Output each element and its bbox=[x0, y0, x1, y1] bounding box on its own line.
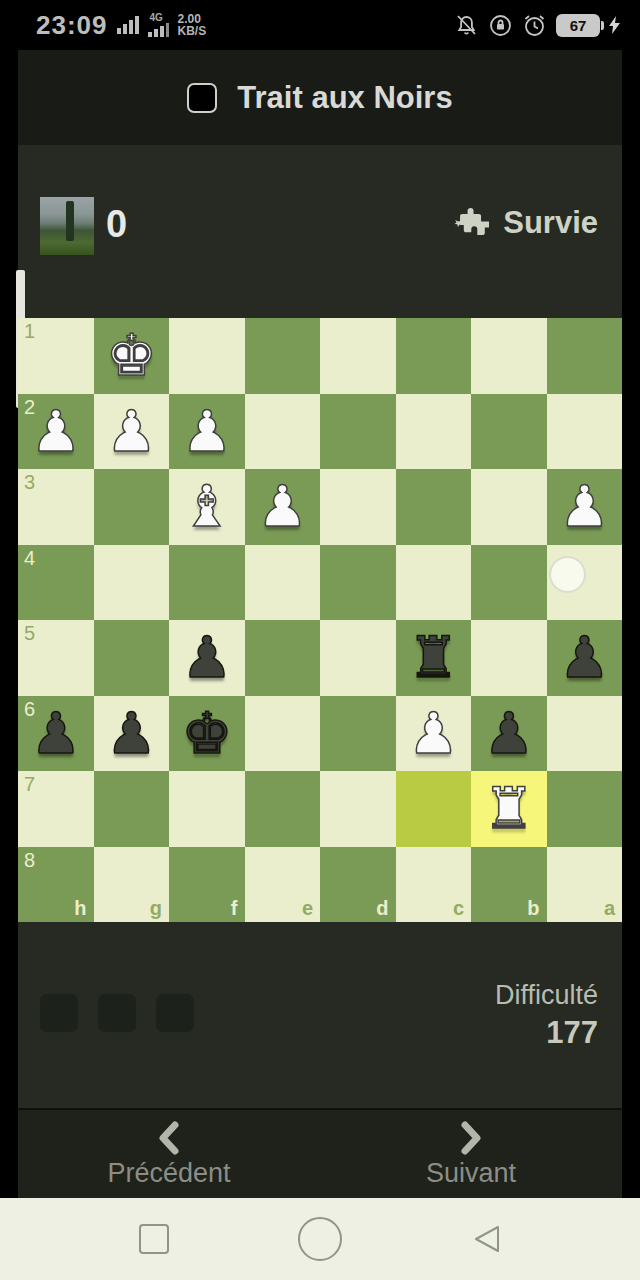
square-b3[interactable] bbox=[471, 469, 547, 545]
difficulty-label: Difficulté bbox=[495, 980, 598, 1011]
square-c2[interactable] bbox=[396, 394, 472, 470]
square-b1[interactable] bbox=[471, 318, 547, 394]
black-turn-indicator-icon bbox=[187, 83, 217, 113]
next-label: Suivant bbox=[426, 1158, 516, 1189]
mode-badge: Survie bbox=[453, 205, 598, 241]
square-g4[interactable] bbox=[94, 545, 170, 621]
square-c6[interactable]: ♟ bbox=[396, 696, 472, 772]
square-f2[interactable]: ♟ bbox=[169, 394, 245, 470]
file-label-h: h bbox=[74, 897, 86, 920]
square-d8[interactable]: d bbox=[320, 847, 396, 923]
touch-indicator bbox=[549, 556, 586, 593]
piece-black-king[interactable]: ♚ bbox=[169, 696, 245, 770]
player-row: 0 Survie bbox=[18, 145, 622, 318]
piece-black-pawn[interactable]: ♟ bbox=[169, 620, 245, 694]
piece-black-pawn[interactable]: ♟ bbox=[547, 620, 623, 694]
square-d1[interactable] bbox=[320, 318, 396, 394]
clock: 23:09 bbox=[36, 10, 108, 41]
square-b8[interactable]: b bbox=[471, 847, 547, 923]
charging-bolt-icon bbox=[609, 16, 620, 34]
previous-button[interactable]: Précédent bbox=[18, 1110, 320, 1198]
rank-label-6: 6 bbox=[24, 698, 35, 721]
piece-white-rook[interactable]: ♜ bbox=[471, 771, 547, 845]
square-c8[interactable]: c bbox=[396, 847, 472, 923]
app-header: Trait aux Noirs bbox=[18, 50, 622, 145]
square-c3[interactable] bbox=[396, 469, 472, 545]
signal-bars-icon bbox=[116, 15, 140, 35]
file-label-a: a bbox=[604, 897, 615, 920]
file-label-c: c bbox=[453, 897, 464, 920]
phone-screen: 23:09 4G 2.00 KB/ bbox=[0, 0, 640, 1280]
square-a6[interactable] bbox=[547, 696, 623, 772]
square-g2[interactable]: ♟ bbox=[94, 394, 170, 470]
square-e7[interactable] bbox=[245, 771, 321, 847]
square-f1[interactable] bbox=[169, 318, 245, 394]
streak-score: 0 bbox=[106, 203, 127, 246]
square-h1[interactable]: 1 bbox=[18, 318, 94, 394]
streak-slot-row bbox=[40, 994, 194, 1032]
square-g8[interactable]: g bbox=[94, 847, 170, 923]
square-b6[interactable]: ♟ bbox=[471, 696, 547, 772]
square-a2[interactable] bbox=[547, 394, 623, 470]
square-f4[interactable] bbox=[169, 545, 245, 621]
file-label-d: d bbox=[376, 897, 388, 920]
square-c7[interactable] bbox=[396, 771, 472, 847]
square-f6[interactable]: ♚ bbox=[169, 696, 245, 772]
square-g5[interactable] bbox=[94, 620, 170, 696]
square-h7[interactable]: 7 bbox=[18, 771, 94, 847]
rank-label-8: 8 bbox=[24, 849, 35, 872]
square-c1[interactable] bbox=[396, 318, 472, 394]
square-h3[interactable]: 3 bbox=[18, 469, 94, 545]
square-e6[interactable] bbox=[245, 696, 321, 772]
square-d5[interactable] bbox=[320, 620, 396, 696]
alarm-icon bbox=[522, 13, 547, 38]
chevron-left-icon bbox=[152, 1120, 186, 1156]
streak-slot bbox=[156, 994, 194, 1032]
square-d7[interactable] bbox=[320, 771, 396, 847]
piece-white-king[interactable]: ♚ bbox=[94, 318, 170, 392]
square-e2[interactable] bbox=[245, 394, 321, 470]
puzzle-info-panel: Difficulté 177 bbox=[18, 922, 622, 1108]
chevron-right-icon bbox=[454, 1120, 488, 1156]
square-g1[interactable]: ♚ bbox=[94, 318, 170, 394]
mode-label: Survie bbox=[503, 205, 598, 241]
rank-label-1: 1 bbox=[24, 320, 35, 343]
square-c4[interactable] bbox=[396, 545, 472, 621]
chess-board[interactable]: 1♚2♟♟♟3♝♟♟45♟♜♟6♟♟♚♟♟7♜8hgfedcba bbox=[18, 318, 622, 922]
battery-icon: 67 bbox=[556, 14, 600, 37]
rank-label-5: 5 bbox=[24, 622, 35, 645]
square-b4[interactable] bbox=[471, 545, 547, 621]
square-a8[interactable]: a bbox=[547, 847, 623, 923]
rank-label-7: 7 bbox=[24, 773, 35, 796]
square-e5[interactable] bbox=[245, 620, 321, 696]
piece-black-rook[interactable]: ♜ bbox=[396, 620, 472, 694]
player-avatar bbox=[40, 197, 94, 255]
page-title: Trait aux Noirs bbox=[237, 80, 452, 116]
square-d6[interactable] bbox=[320, 696, 396, 772]
square-f8[interactable]: f bbox=[169, 847, 245, 923]
piece-black-pawn[interactable]: ♟ bbox=[94, 696, 170, 770]
puzzle-nav-bar: Précédent Suivant bbox=[18, 1108, 622, 1198]
recents-button[interactable] bbox=[131, 1216, 177, 1262]
square-h8[interactable]: 8h bbox=[18, 847, 94, 923]
back-button[interactable] bbox=[463, 1216, 509, 1262]
mute-icon bbox=[454, 13, 479, 38]
square-a1[interactable] bbox=[547, 318, 623, 394]
piece-white-pawn[interactable]: ♟ bbox=[396, 696, 472, 770]
status-bar: 23:09 4G 2.00 KB/ bbox=[0, 0, 640, 50]
streak-slot bbox=[40, 994, 78, 1032]
home-button[interactable] bbox=[297, 1216, 343, 1262]
piece-white-pawn[interactable]: ♟ bbox=[547, 469, 623, 543]
file-label-f: f bbox=[231, 897, 238, 920]
square-b2[interactable] bbox=[471, 394, 547, 470]
square-d3[interactable] bbox=[320, 469, 396, 545]
square-g7[interactable] bbox=[94, 771, 170, 847]
file-label-e: e bbox=[302, 897, 313, 920]
square-a5[interactable]: ♟ bbox=[547, 620, 623, 696]
next-button[interactable]: Suivant bbox=[320, 1110, 622, 1198]
piece-white-bishop[interactable]: ♝ bbox=[169, 469, 245, 543]
difficulty-value: 177 bbox=[495, 1015, 598, 1051]
square-e4[interactable] bbox=[245, 545, 321, 621]
piece-white-pawn[interactable]: ♟ bbox=[245, 469, 321, 543]
android-nav-bar bbox=[0, 1198, 640, 1280]
rank-label-4: 4 bbox=[24, 547, 35, 570]
piece-white-pawn[interactable]: ♟ bbox=[169, 394, 245, 468]
difficulty-block: Difficulté 177 bbox=[495, 980, 598, 1051]
square-h6[interactable]: 6♟ bbox=[18, 696, 94, 772]
square-h5[interactable]: 5 bbox=[18, 620, 94, 696]
rotation-lock-icon bbox=[488, 13, 513, 38]
rank-label-3: 3 bbox=[24, 471, 35, 494]
square-e3[interactable]: ♟ bbox=[245, 469, 321, 545]
network-speed: 2.00 KB/S bbox=[178, 13, 207, 37]
square-e1[interactable] bbox=[245, 318, 321, 394]
square-b7[interactable]: ♜ bbox=[471, 771, 547, 847]
square-d2[interactable] bbox=[320, 394, 396, 470]
square-b5[interactable] bbox=[471, 620, 547, 696]
previous-label: Précédent bbox=[107, 1158, 230, 1189]
square-f3[interactable]: ♝ bbox=[169, 469, 245, 545]
piece-white-pawn[interactable]: ♟ bbox=[94, 394, 170, 468]
mobile-data-icon: 4G bbox=[148, 13, 170, 37]
square-f7[interactable] bbox=[169, 771, 245, 847]
square-a7[interactable] bbox=[547, 771, 623, 847]
file-label-g: g bbox=[150, 897, 162, 920]
piece-black-pawn[interactable]: ♟ bbox=[471, 696, 547, 770]
square-g6[interactable]: ♟ bbox=[94, 696, 170, 772]
square-d4[interactable] bbox=[320, 545, 396, 621]
file-label-b: b bbox=[527, 897, 539, 920]
rank-label-2: 2 bbox=[24, 396, 35, 419]
puzzle-icon bbox=[453, 205, 489, 241]
square-h4[interactable]: 4 bbox=[18, 545, 94, 621]
square-a3[interactable]: ♟ bbox=[547, 469, 623, 545]
square-f5[interactable]: ♟ bbox=[169, 620, 245, 696]
square-e8[interactable]: e bbox=[245, 847, 321, 923]
streak-slot bbox=[98, 994, 136, 1032]
square-h2[interactable]: 2♟ bbox=[18, 394, 94, 470]
square-c5[interactable]: ♜ bbox=[396, 620, 472, 696]
square-g3[interactable] bbox=[94, 469, 170, 545]
